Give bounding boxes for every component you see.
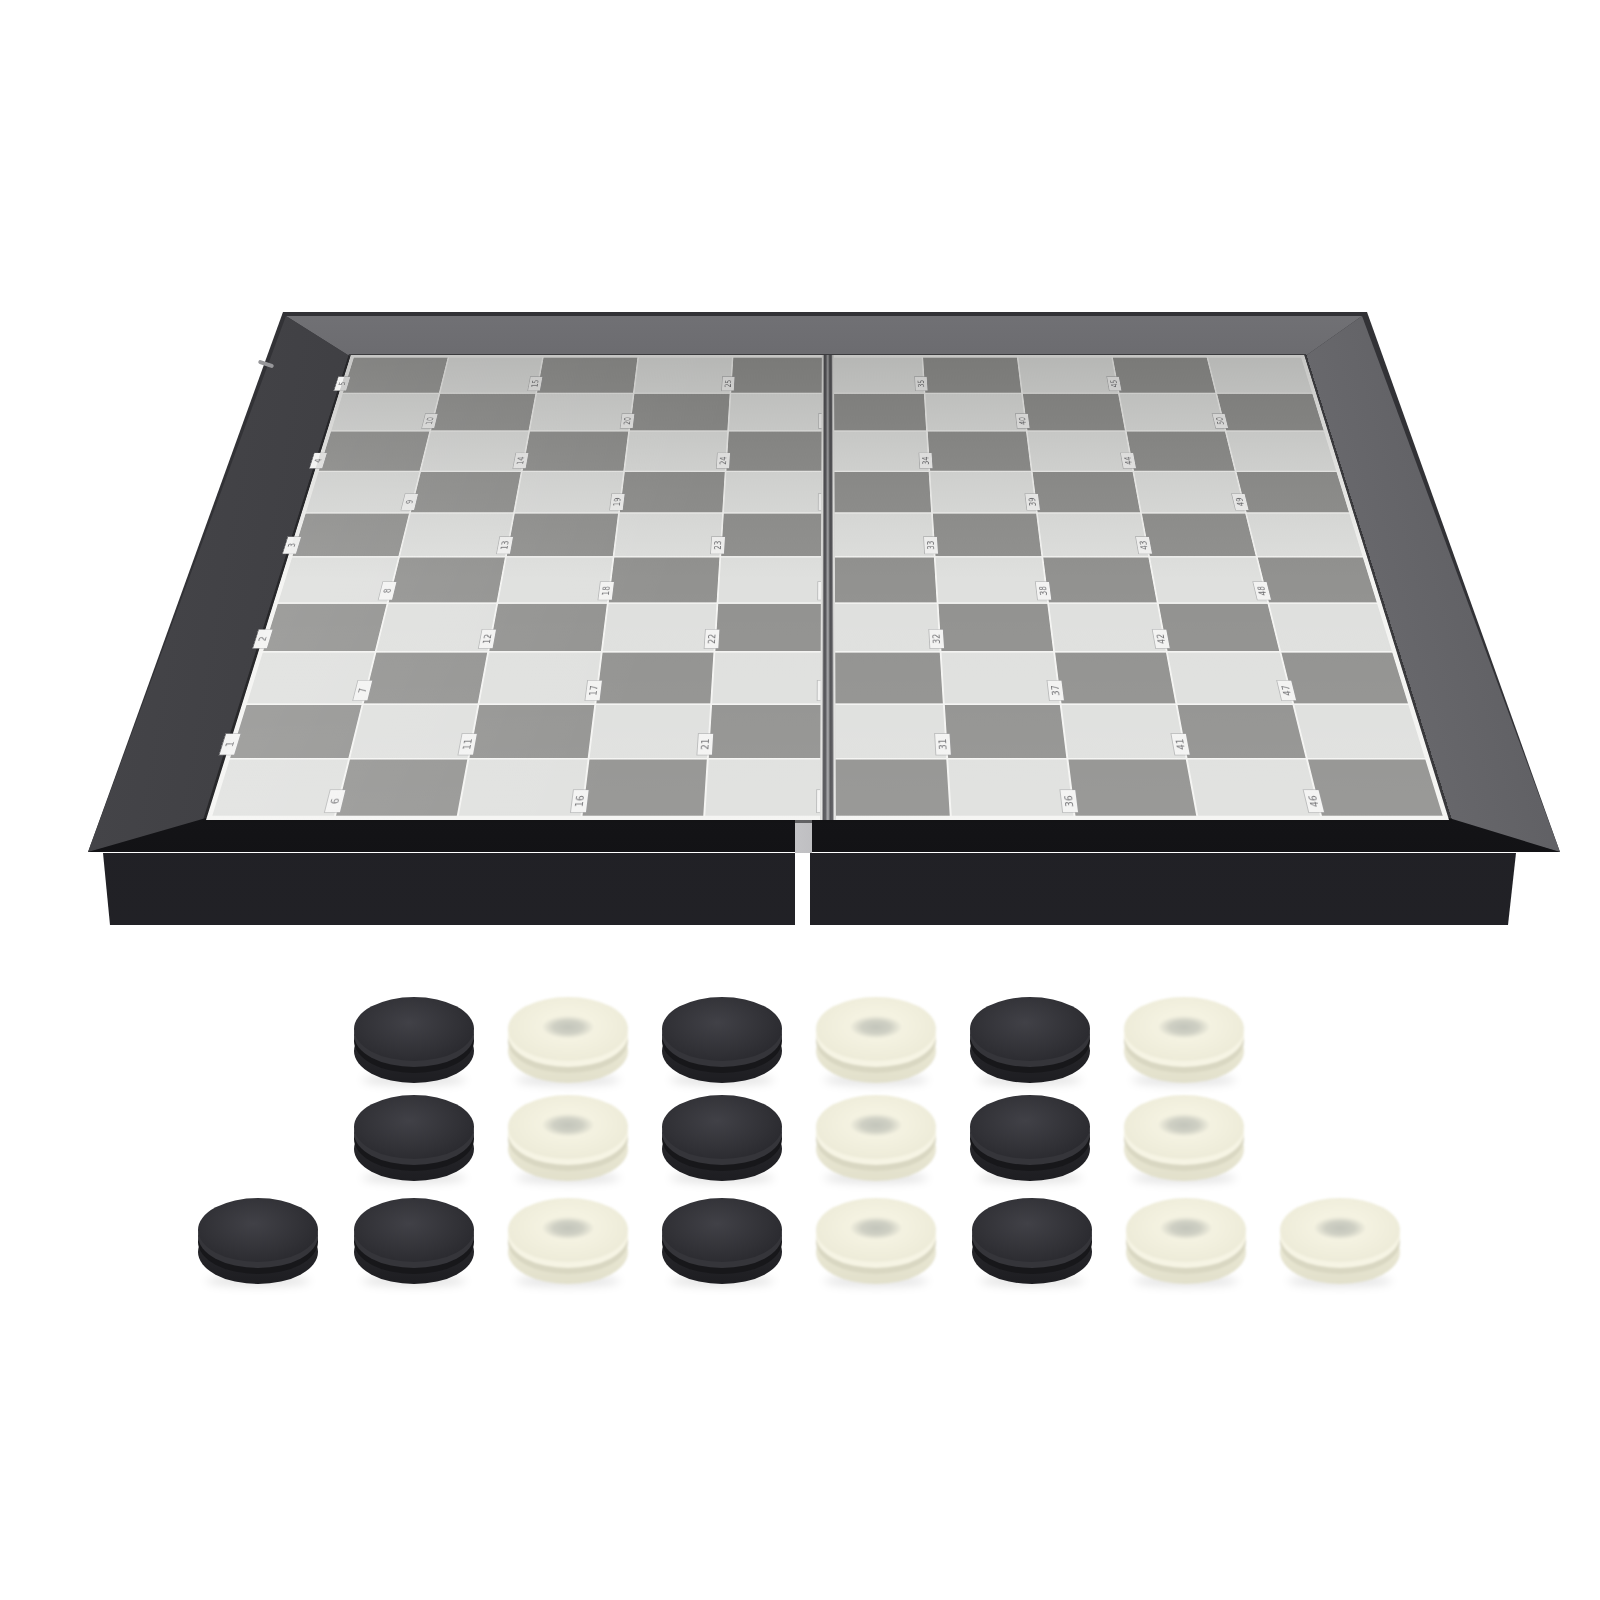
piece-surface [662,997,782,1061]
checker-piece-black [662,1198,782,1284]
piece-surface [1124,997,1244,1061]
piece-surface [354,997,474,1061]
piece-surface [354,1095,474,1159]
checker-piece-black [354,1198,474,1284]
piece-surface [970,1095,1090,1159]
checker-piece-ivory [508,997,628,1083]
piece-surface [662,1095,782,1159]
checker-piece-ivory [816,1198,936,1284]
piece-surface [662,1198,782,1262]
checker-piece-ivory [508,1095,628,1181]
checker-piece-black [354,997,474,1083]
piece-surface [508,997,628,1061]
piece-surface [354,1198,474,1262]
checker-piece-ivory [816,1095,936,1181]
piece-surface [816,997,936,1061]
checker-piece-ivory [1124,1095,1244,1181]
piece-surface [970,997,1090,1061]
piece-surface [816,1198,936,1262]
pieces-tray [0,0,1600,1600]
piece-surface [1124,1095,1244,1159]
checker-piece-ivory [1126,1198,1246,1284]
checker-piece-black [970,1095,1090,1181]
piece-surface [198,1198,318,1262]
checker-piece-ivory [1280,1198,1400,1284]
checker-piece-ivory [508,1198,628,1284]
checker-piece-ivory [1124,997,1244,1083]
checker-piece-black [972,1198,1092,1284]
checker-piece-black [970,997,1090,1083]
checker-piece-black [662,1095,782,1181]
piece-surface [816,1095,936,1159]
product-photo-scene: 5152535451020304050414243444919293949313… [0,0,1600,1600]
piece-surface [1126,1198,1246,1262]
piece-surface [972,1198,1092,1262]
checker-piece-ivory [816,997,936,1083]
checker-piece-black [354,1095,474,1181]
piece-surface [1280,1198,1400,1262]
piece-surface [508,1095,628,1159]
checker-piece-black [198,1198,318,1284]
piece-surface [508,1198,628,1262]
checker-piece-black [662,997,782,1083]
